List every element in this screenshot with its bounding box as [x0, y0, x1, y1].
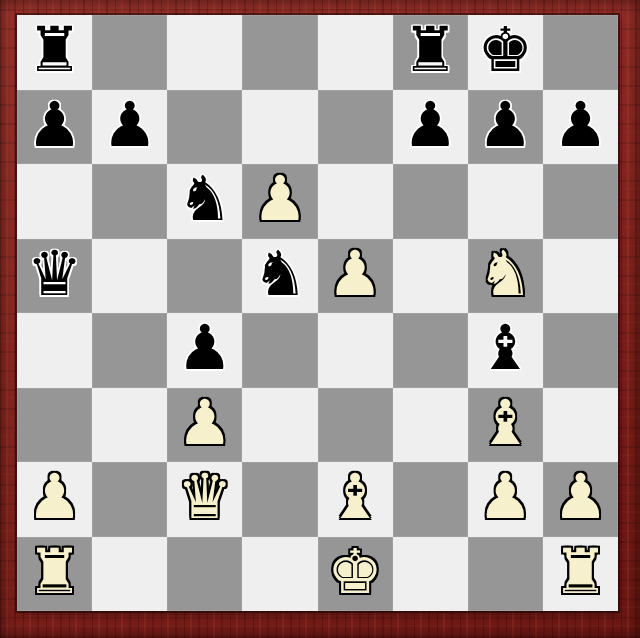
white-knight-piece: ♞ [478, 243, 534, 305]
square-h5[interactable] [543, 239, 618, 314]
black-pawn-piece: ♟ [102, 94, 158, 156]
black-king-piece: ♚ [478, 19, 534, 81]
black-pawn-piece: ♟ [402, 94, 458, 156]
square-e3[interactable] [318, 388, 393, 463]
square-b1[interactable] [92, 537, 167, 612]
square-f2[interactable] [393, 462, 468, 537]
black-rook-piece: ♜ [27, 19, 83, 81]
black-pawn-piece: ♟ [27, 94, 83, 156]
square-f4[interactable] [393, 313, 468, 388]
square-e2[interactable]: ♝ [318, 462, 393, 537]
square-b3[interactable] [92, 388, 167, 463]
square-c3[interactable]: ♟ [167, 388, 242, 463]
square-a5[interactable]: ♛ [17, 239, 92, 314]
black-knight-piece: ♞ [252, 243, 308, 305]
square-a8[interactable]: ♜ [17, 15, 92, 90]
white-bishop-piece: ♝ [327, 466, 383, 528]
square-d6[interactable]: ♟ [242, 164, 317, 239]
square-h4[interactable] [543, 313, 618, 388]
black-knight-piece: ♞ [177, 168, 233, 230]
white-pawn-piece: ♟ [252, 168, 308, 230]
square-g7[interactable]: ♟ [468, 90, 543, 165]
square-a7[interactable]: ♟ [17, 90, 92, 165]
square-c4[interactable]: ♟ [167, 313, 242, 388]
white-pawn-piece: ♟ [478, 466, 534, 528]
square-h2[interactable]: ♟ [543, 462, 618, 537]
black-pawn-piece: ♟ [478, 94, 534, 156]
square-e5[interactable]: ♟ [318, 239, 393, 314]
square-a4[interactable] [17, 313, 92, 388]
square-g6[interactable] [468, 164, 543, 239]
white-pawn-piece: ♟ [27, 466, 83, 528]
square-f5[interactable] [393, 239, 468, 314]
square-e6[interactable] [318, 164, 393, 239]
square-d1[interactable] [242, 537, 317, 612]
white-pawn-piece: ♟ [327, 243, 383, 305]
square-c2[interactable]: ♛ [167, 462, 242, 537]
square-b5[interactable] [92, 239, 167, 314]
square-f8[interactable]: ♜ [393, 15, 468, 90]
square-c5[interactable] [167, 239, 242, 314]
square-a6[interactable] [17, 164, 92, 239]
white-pawn-piece: ♟ [177, 392, 233, 454]
white-bishop-piece: ♝ [478, 392, 534, 454]
square-d5[interactable]: ♞ [242, 239, 317, 314]
square-h6[interactable] [543, 164, 618, 239]
square-d2[interactable] [242, 462, 317, 537]
square-c6[interactable]: ♞ [167, 164, 242, 239]
square-b2[interactable] [92, 462, 167, 537]
square-d7[interactable] [242, 90, 317, 165]
square-b7[interactable]: ♟ [92, 90, 167, 165]
white-king-piece: ♚ [327, 541, 383, 603]
square-e1[interactable]: ♚ [318, 537, 393, 612]
square-a2[interactable]: ♟ [17, 462, 92, 537]
chess-board: ♜♜♚♟♟♟♟♟♞♟♛♞♟♞♟♝♟♝♟♛♝♟♟♜♚♜ [17, 15, 618, 611]
square-g2[interactable]: ♟ [468, 462, 543, 537]
square-f3[interactable] [393, 388, 468, 463]
square-e4[interactable] [318, 313, 393, 388]
square-d3[interactable] [242, 388, 317, 463]
white-queen-piece: ♛ [177, 466, 233, 528]
square-g8[interactable]: ♚ [468, 15, 543, 90]
black-bishop-piece: ♝ [478, 317, 534, 379]
square-f7[interactable]: ♟ [393, 90, 468, 165]
square-c1[interactable] [167, 537, 242, 612]
square-b6[interactable] [92, 164, 167, 239]
black-pawn-piece: ♟ [553, 94, 609, 156]
square-a1[interactable]: ♜ [17, 537, 92, 612]
square-d8[interactable] [242, 15, 317, 90]
white-rook-piece: ♜ [27, 541, 83, 603]
square-e8[interactable] [318, 15, 393, 90]
black-queen-piece: ♛ [27, 243, 83, 305]
square-g4[interactable]: ♝ [468, 313, 543, 388]
black-rook-piece: ♜ [402, 19, 458, 81]
chess-diagram: ♜♜♚♟♟♟♟♟♞♟♛♞♟♞♟♝♟♝♟♛♝♟♟♜♚♜ [0, 0, 640, 638]
square-h3[interactable] [543, 388, 618, 463]
square-f1[interactable] [393, 537, 468, 612]
square-h1[interactable]: ♜ [543, 537, 618, 612]
square-f6[interactable] [393, 164, 468, 239]
white-pawn-piece: ♟ [553, 466, 609, 528]
square-g3[interactable]: ♝ [468, 388, 543, 463]
square-c8[interactable] [167, 15, 242, 90]
square-d4[interactable] [242, 313, 317, 388]
square-b4[interactable] [92, 313, 167, 388]
square-g1[interactable] [468, 537, 543, 612]
black-pawn-piece: ♟ [177, 317, 233, 379]
square-c7[interactable] [167, 90, 242, 165]
square-b8[interactable] [92, 15, 167, 90]
square-g5[interactable]: ♞ [468, 239, 543, 314]
square-h7[interactable]: ♟ [543, 90, 618, 165]
square-a3[interactable] [17, 388, 92, 463]
square-e7[interactable] [318, 90, 393, 165]
square-h8[interactable] [543, 15, 618, 90]
white-rook-piece: ♜ [553, 541, 609, 603]
